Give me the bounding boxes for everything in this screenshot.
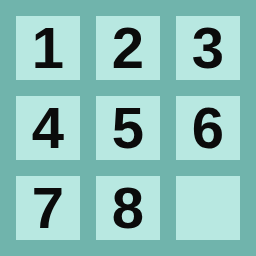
puzzle-board: 12345678	[0, 0, 256, 256]
puzzle-screen: 12345678	[0, 0, 256, 256]
tile-1[interactable]: 1	[16, 16, 80, 80]
tile-5[interactable]: 5	[96, 96, 160, 160]
tile-4[interactable]: 4	[16, 96, 80, 160]
tile-3[interactable]: 3	[176, 16, 240, 80]
tile-8[interactable]: 8	[96, 176, 160, 240]
tile-7[interactable]: 7	[16, 176, 80, 240]
empty-cell	[176, 176, 240, 240]
tile-6[interactable]: 6	[176, 96, 240, 160]
tile-2[interactable]: 2	[96, 16, 160, 80]
